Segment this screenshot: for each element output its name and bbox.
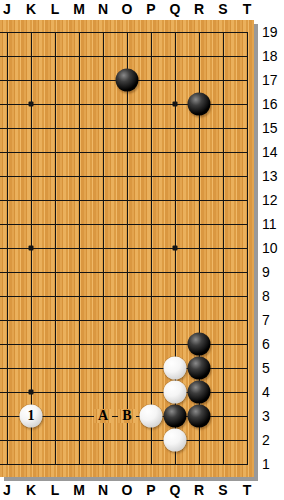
star-point-K10 bbox=[29, 246, 34, 251]
right-label-4: 4 bbox=[262, 383, 270, 401]
top-label-J: J bbox=[3, 1, 11, 17]
grid-line-row-1 bbox=[0, 464, 248, 465]
grid-line-row-6 bbox=[0, 344, 248, 345]
top-label-Q: Q bbox=[170, 1, 181, 17]
stone-black-R16[interactable] bbox=[188, 93, 211, 116]
go-board: 1AB bbox=[0, 20, 254, 477]
star-point-Q10 bbox=[173, 246, 178, 251]
stone-black-R6[interactable] bbox=[188, 333, 211, 356]
star-point-K4 bbox=[29, 390, 34, 395]
bottom-label-S: S bbox=[218, 482, 227, 498]
stone-black-O17[interactable] bbox=[116, 69, 139, 92]
bottom-label-K: K bbox=[26, 482, 36, 498]
bottom-label-J: J bbox=[3, 482, 11, 498]
right-label-6: 6 bbox=[262, 335, 270, 353]
right-label-3: 3 bbox=[262, 407, 270, 425]
top-label-S: S bbox=[218, 1, 227, 17]
stone-white-Q5[interactable] bbox=[164, 357, 187, 380]
grid-line-row-19 bbox=[0, 32, 248, 33]
star-point-Q16 bbox=[173, 102, 178, 107]
bottom-label-T: T bbox=[243, 482, 252, 498]
right-label-16: 16 bbox=[262, 95, 278, 113]
bottom-label-P: P bbox=[146, 482, 155, 498]
right-label-17: 17 bbox=[262, 71, 278, 89]
right-label-9: 9 bbox=[262, 263, 270, 281]
stone-white-Q2[interactable] bbox=[164, 429, 187, 452]
bottom-label-R: R bbox=[194, 482, 204, 498]
right-label-19: 19 bbox=[262, 23, 278, 41]
stone-white-P3[interactable] bbox=[140, 405, 163, 428]
right-label-13: 13 bbox=[262, 167, 278, 185]
bottom-label-L: L bbox=[51, 482, 60, 498]
grid-line-row-14 bbox=[0, 152, 248, 153]
top-label-R: R bbox=[194, 1, 204, 17]
right-label-5: 5 bbox=[262, 359, 270, 377]
top-label-O: O bbox=[122, 1, 133, 17]
grid-line-row-16 bbox=[0, 104, 248, 105]
grid-line-row-10 bbox=[0, 248, 248, 249]
grid-line-row-12 bbox=[0, 200, 248, 201]
grid-line-col-O bbox=[127, 32, 128, 465]
grid-line-col-S bbox=[223, 32, 224, 465]
stone-white-K3[interactable]: 1 bbox=[20, 405, 43, 428]
top-label-P: P bbox=[146, 1, 155, 17]
bottom-label-N: N bbox=[98, 482, 108, 498]
grid-line-row-11 bbox=[0, 224, 248, 225]
grid-line-row-8 bbox=[0, 296, 248, 297]
grid-line-row-9 bbox=[0, 272, 248, 273]
right-label-14: 14 bbox=[262, 143, 278, 161]
stone-white-Q4[interactable] bbox=[164, 381, 187, 404]
right-label-11: 11 bbox=[262, 215, 277, 233]
right-label-10: 10 bbox=[262, 239, 278, 257]
right-label-2: 2 bbox=[262, 431, 270, 449]
right-label-18: 18 bbox=[262, 47, 278, 65]
top-label-M: M bbox=[73, 1, 85, 17]
top-label-K: K bbox=[26, 1, 36, 17]
bottom-label-M: M bbox=[73, 482, 85, 498]
top-label-T: T bbox=[243, 1, 252, 17]
grid-line-row-5 bbox=[0, 368, 248, 369]
letter-mark-A[interactable]: A bbox=[94, 409, 112, 423]
right-label-7: 7 bbox=[262, 311, 270, 329]
top-label-L: L bbox=[51, 1, 60, 17]
grid-line-row-15 bbox=[0, 128, 248, 129]
grid-line-col-M bbox=[79, 32, 80, 465]
grid-line-row-13 bbox=[0, 176, 248, 177]
right-label-12: 12 bbox=[262, 191, 278, 209]
grid-line-row-4 bbox=[0, 392, 248, 393]
move-number-label: 1 bbox=[28, 409, 35, 424]
bottom-label-O: O bbox=[122, 482, 133, 498]
grid-line-col-J bbox=[7, 32, 8, 465]
right-label-15: 15 bbox=[262, 119, 278, 137]
stone-black-R5[interactable] bbox=[188, 357, 211, 380]
top-label-N: N bbox=[98, 1, 108, 17]
stone-black-R4[interactable] bbox=[188, 381, 211, 404]
grid-line-col-T bbox=[247, 32, 248, 465]
grid-line-row-7 bbox=[0, 320, 248, 321]
star-point-K16 bbox=[29, 102, 34, 107]
bottom-label-Q: Q bbox=[170, 482, 181, 498]
grid-line-col-P bbox=[151, 32, 152, 465]
go-diagram: JKLMNOPQRST 1AB 191817161514131211109876… bbox=[0, 0, 284, 500]
grid-line-col-L bbox=[55, 32, 56, 465]
stone-black-Q3[interactable] bbox=[164, 405, 187, 428]
right-label-8: 8 bbox=[262, 287, 270, 305]
letter-mark-B[interactable]: B bbox=[118, 409, 136, 423]
stone-black-R3[interactable] bbox=[188, 405, 211, 428]
grid-line-col-N bbox=[103, 32, 104, 465]
grid-line-row-2 bbox=[0, 440, 248, 441]
grid-line-row-18 bbox=[0, 56, 248, 57]
right-label-1: 1 bbox=[262, 455, 270, 473]
